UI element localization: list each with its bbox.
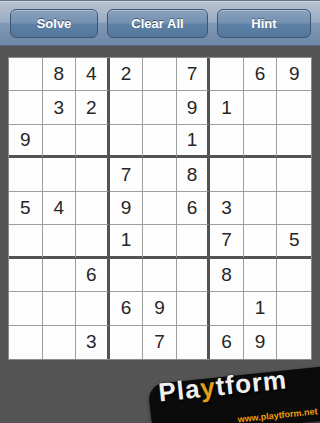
cell-r6c1[interactable] (9, 225, 43, 258)
cell-r6c8[interactable] (244, 225, 278, 258)
cell-r8c9[interactable] (277, 292, 311, 325)
cell-r1c3[interactable]: 4 (76, 58, 110, 91)
cell-r2c1[interactable] (9, 91, 43, 124)
cell-r6c6[interactable] (177, 225, 211, 258)
watermark-logo: Playtform www.playtform.net (148, 366, 320, 423)
cell-r4c6[interactable]: 8 (177, 158, 211, 191)
cell-r5c5[interactable] (143, 192, 177, 225)
cell-r1c8[interactable]: 6 (244, 58, 278, 91)
cell-r7c7[interactable]: 8 (210, 259, 244, 292)
sudoku-grid: 8427693291917854963175686913769 (8, 57, 312, 360)
cell-r9c4[interactable] (110, 326, 144, 359)
cell-r8c6[interactable] (177, 292, 211, 325)
cell-r8c5[interactable]: 9 (143, 292, 177, 325)
cell-r4c3[interactable] (76, 158, 110, 191)
toolbar: Solve Clear All Hint (0, 0, 320, 46)
cell-r8c3[interactable] (76, 292, 110, 325)
cell-r6c2[interactable] (43, 225, 77, 258)
cell-r6c4[interactable]: 1 (110, 225, 144, 258)
cell-r2c3[interactable]: 2 (76, 91, 110, 124)
brand-post: tform (214, 364, 288, 401)
cell-r5c3[interactable] (76, 192, 110, 225)
cell-r4c5[interactable] (143, 158, 177, 191)
cell-r2c9[interactable] (277, 91, 311, 124)
cell-r1c6[interactable]: 7 (177, 58, 211, 91)
cell-r9c5[interactable]: 7 (143, 326, 177, 359)
solve-button[interactable]: Solve (10, 9, 98, 38)
watermark-url: www.playtform.net (237, 406, 318, 423)
cell-r2c8[interactable] (244, 91, 278, 124)
brand-pre: Pla (157, 373, 202, 407)
cell-r3c3[interactable] (76, 125, 110, 158)
clear-all-button[interactable]: Clear All (107, 9, 208, 38)
cell-r4c4[interactable]: 7 (110, 158, 144, 191)
cell-r3c6[interactable]: 1 (177, 125, 211, 158)
cell-r6c3[interactable] (76, 225, 110, 258)
cell-r3c2[interactable] (43, 125, 77, 158)
cell-r1c7[interactable] (210, 58, 244, 91)
cell-r7c8[interactable] (244, 259, 278, 292)
cell-r6c7[interactable]: 7 (210, 225, 244, 258)
cell-r7c4[interactable] (110, 259, 144, 292)
app-screen: Solve Clear All Hint 8427693291917854963… (0, 0, 320, 423)
cell-r9c2[interactable] (43, 326, 77, 359)
cell-r4c2[interactable] (43, 158, 77, 191)
cell-r5c6[interactable]: 6 (177, 192, 211, 225)
cell-r3c9[interactable] (277, 125, 311, 158)
cell-r8c2[interactable] (43, 292, 77, 325)
cell-r9c9[interactable] (277, 326, 311, 359)
cell-r4c9[interactable] (277, 158, 311, 191)
cell-r2c6[interactable]: 9 (177, 91, 211, 124)
cell-r2c4[interactable] (110, 91, 144, 124)
cell-r3c8[interactable] (244, 125, 278, 158)
cell-r8c7[interactable] (210, 292, 244, 325)
cell-r1c4[interactable]: 2 (110, 58, 144, 91)
cell-r6c9[interactable]: 5 (277, 225, 311, 258)
cell-r3c1[interactable]: 9 (9, 125, 43, 158)
board-area: 8427693291917854963175686913769 (0, 46, 320, 360)
cell-r7c3[interactable]: 6 (76, 259, 110, 292)
cell-r1c9[interactable]: 9 (277, 58, 311, 91)
cell-r9c3[interactable]: 3 (76, 326, 110, 359)
cell-r4c1[interactable] (9, 158, 43, 191)
watermark-brand: Playtform (157, 364, 288, 408)
cell-r9c8[interactable]: 9 (244, 326, 278, 359)
cell-r7c5[interactable] (143, 259, 177, 292)
cell-r5c4[interactable]: 9 (110, 192, 144, 225)
cell-r2c5[interactable] (143, 91, 177, 124)
cell-r5c1[interactable]: 5 (9, 192, 43, 225)
hint-button[interactable]: Hint (217, 9, 311, 38)
cell-r4c8[interactable] (244, 158, 278, 191)
cell-r9c1[interactable] (9, 326, 43, 359)
cell-r6c5[interactable] (143, 225, 177, 258)
cell-r2c7[interactable]: 1 (210, 91, 244, 124)
cell-r8c8[interactable]: 1 (244, 292, 278, 325)
cell-r9c6[interactable] (177, 326, 211, 359)
cell-r1c2[interactable]: 8 (43, 58, 77, 91)
cell-r5c7[interactable]: 3 (210, 192, 244, 225)
cell-r5c8[interactable] (244, 192, 278, 225)
cell-r7c6[interactable] (177, 259, 211, 292)
cell-r3c7[interactable] (210, 125, 244, 158)
cell-r5c9[interactable] (277, 192, 311, 225)
cell-r1c1[interactable] (9, 58, 43, 91)
cell-r1c5[interactable] (143, 58, 177, 91)
cell-r7c2[interactable] (43, 259, 77, 292)
cell-r8c1[interactable] (9, 292, 43, 325)
cell-r8c4[interactable]: 6 (110, 292, 144, 325)
cell-r4c7[interactable] (210, 158, 244, 191)
cell-r2c2[interactable]: 3 (43, 91, 77, 124)
cell-r3c5[interactable] (143, 125, 177, 158)
cell-r3c4[interactable] (110, 125, 144, 158)
cell-r7c9[interactable] (277, 259, 311, 292)
cell-r5c2[interactable]: 4 (43, 192, 77, 225)
cell-r9c7[interactable]: 6 (210, 326, 244, 359)
cell-r7c1[interactable] (9, 259, 43, 292)
